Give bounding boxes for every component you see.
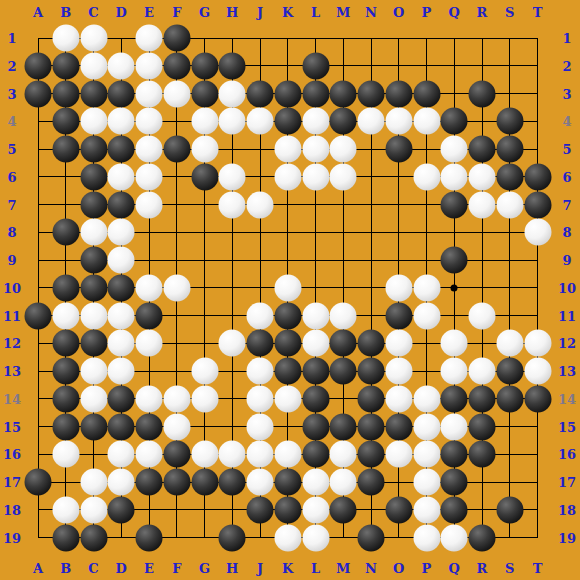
black-stone-F16[interactable] (163, 441, 190, 468)
black-stone-A17[interactable] (25, 469, 52, 496)
row-label-7: 7 (562, 198, 571, 211)
black-stone-N3[interactable] (358, 80, 385, 107)
white-stone-S7[interactable] (496, 191, 523, 218)
white-stone-P6[interactable] (413, 163, 440, 190)
white-stone-P4[interactable] (413, 108, 440, 135)
black-stone-L2[interactable] (302, 52, 329, 79)
white-stone-H3[interactable] (219, 80, 246, 107)
white-stone-L17[interactable] (302, 469, 329, 496)
column-label-J: J (257, 6, 263, 19)
row-label-16: 16 (558, 448, 576, 461)
black-stone-L15[interactable] (302, 413, 329, 440)
black-stone-D15[interactable] (108, 413, 135, 440)
black-stone-O15[interactable] (385, 413, 412, 440)
white-stone-S12[interactable] (496, 330, 523, 357)
black-stone-F1[interactable] (163, 25, 190, 52)
black-stone-R16[interactable] (469, 441, 496, 468)
black-stone-O18[interactable] (385, 496, 412, 523)
column-label-K: K (282, 562, 293, 575)
column-label-T: T (533, 562, 543, 575)
row-label-19: 19 (3, 531, 21, 544)
white-stone-B18[interactable] (52, 496, 79, 523)
white-stone-H6[interactable] (219, 163, 246, 190)
white-stone-M17[interactable] (330, 469, 357, 496)
white-stone-H7[interactable] (219, 191, 246, 218)
white-stone-E14[interactable] (136, 385, 163, 412)
row-label-9: 9 (7, 254, 16, 267)
row-label-13: 13 (558, 365, 576, 378)
black-stone-S18[interactable] (496, 496, 523, 523)
black-stone-L16[interactable] (302, 441, 329, 468)
row-label-12: 12 (558, 337, 576, 350)
white-stone-H4[interactable] (219, 108, 246, 135)
row-label-14: 14 (3, 392, 21, 405)
white-stone-O12[interactable] (385, 330, 412, 357)
white-stone-R11[interactable] (469, 302, 496, 329)
white-stone-Q13[interactable] (441, 358, 468, 385)
white-stone-K16[interactable] (274, 441, 301, 468)
white-stone-K14[interactable] (274, 385, 301, 412)
row-label-9: 9 (562, 254, 571, 267)
row-label-13: 13 (3, 365, 21, 378)
star-point-Q10 (451, 284, 458, 291)
white-stone-D9[interactable] (108, 247, 135, 274)
white-stone-Q5[interactable] (441, 136, 468, 163)
white-stone-G5[interactable] (191, 136, 218, 163)
column-label-A: A (33, 6, 43, 19)
row-label-4: 4 (562, 115, 571, 128)
row-label-3: 3 (562, 87, 571, 100)
black-stone-G6[interactable] (191, 163, 218, 190)
grid-line-vertical (537, 38, 538, 539)
column-label-G: G (199, 6, 210, 19)
black-stone-R15[interactable] (469, 413, 496, 440)
black-stone-D3[interactable] (108, 80, 135, 107)
white-stone-F3[interactable] (163, 80, 190, 107)
black-stone-A11[interactable] (25, 302, 52, 329)
black-stone-O11[interactable] (385, 302, 412, 329)
black-stone-E17[interactable] (136, 469, 163, 496)
black-stone-E19[interactable] (136, 524, 163, 551)
black-stone-C10[interactable] (80, 274, 107, 301)
white-stone-P18[interactable] (413, 496, 440, 523)
row-label-6: 6 (562, 170, 571, 183)
black-stone-P3[interactable] (413, 80, 440, 107)
white-stone-C8[interactable] (80, 219, 107, 246)
black-stone-L3[interactable] (302, 80, 329, 107)
white-stone-C4[interactable] (80, 108, 107, 135)
white-stone-D12[interactable] (108, 330, 135, 357)
black-stone-K3[interactable] (274, 80, 301, 107)
black-stone-F17[interactable] (163, 469, 190, 496)
black-stone-J18[interactable] (247, 496, 274, 523)
black-stone-Q18[interactable] (441, 496, 468, 523)
black-stone-G2[interactable] (191, 52, 218, 79)
white-stone-E7[interactable] (136, 191, 163, 218)
black-stone-D14[interactable] (108, 385, 135, 412)
black-stone-F2[interactable] (163, 52, 190, 79)
row-label-15: 15 (3, 420, 21, 433)
column-label-O: O (393, 6, 404, 19)
go-board[interactable]: ABCDEFGHJKLMNOPQRST ABCDEFGHJKLMNOPQRST … (0, 0, 580, 580)
black-stone-M12[interactable] (330, 330, 357, 357)
black-stone-R3[interactable] (469, 80, 496, 107)
black-stone-B19[interactable] (52, 524, 79, 551)
row-label-14: 14 (558, 392, 576, 405)
black-stone-B4[interactable] (52, 108, 79, 135)
black-stone-H19[interactable] (219, 524, 246, 551)
column-label-A: A (33, 562, 43, 575)
row-label-15: 15 (558, 420, 576, 433)
black-stone-B13[interactable] (52, 358, 79, 385)
black-stone-B12[interactable] (52, 330, 79, 357)
column-label-P: P (422, 6, 432, 19)
row-label-6: 6 (7, 170, 16, 183)
row-label-1: 1 (562, 32, 571, 45)
row-label-11: 11 (558, 309, 576, 322)
white-stone-J11[interactable] (247, 302, 274, 329)
white-stone-P15[interactable] (413, 413, 440, 440)
row-label-11: 11 (3, 309, 21, 322)
white-stone-G14[interactable] (191, 385, 218, 412)
white-stone-M6[interactable] (330, 163, 357, 190)
white-stone-L18[interactable] (302, 496, 329, 523)
row-label-10: 10 (3, 281, 21, 294)
white-stone-D16[interactable] (108, 441, 135, 468)
black-stone-N16[interactable] (358, 441, 385, 468)
row-label-12: 12 (3, 337, 21, 350)
row-label-8: 8 (7, 226, 16, 239)
row-label-2: 2 (7, 59, 16, 72)
white-stone-E3[interactable] (136, 80, 163, 107)
black-stone-D7[interactable] (108, 191, 135, 218)
white-stone-H16[interactable] (219, 441, 246, 468)
black-stone-M4[interactable] (330, 108, 357, 135)
white-stone-G4[interactable] (191, 108, 218, 135)
black-stone-M18[interactable] (330, 496, 357, 523)
white-stone-P16[interactable] (413, 441, 440, 468)
white-stone-B16[interactable] (52, 441, 79, 468)
white-stone-E4[interactable] (136, 108, 163, 135)
white-stone-C1[interactable] (80, 25, 107, 52)
column-label-H: H (226, 562, 238, 575)
column-label-T: T (533, 6, 543, 19)
black-stone-N14[interactable] (358, 385, 385, 412)
white-stone-L11[interactable] (302, 302, 329, 329)
black-stone-M15[interactable] (330, 413, 357, 440)
black-stone-Q14[interactable] (441, 385, 468, 412)
white-stone-Q19[interactable] (441, 524, 468, 551)
white-stone-D8[interactable] (108, 219, 135, 246)
white-stone-J7[interactable] (247, 191, 274, 218)
column-label-Q: Q (449, 6, 460, 19)
row-label-3: 3 (7, 87, 16, 100)
column-label-L: L (311, 562, 320, 575)
black-stone-D5[interactable] (108, 136, 135, 163)
white-stone-F14[interactable] (163, 385, 190, 412)
black-stone-F5[interactable] (163, 136, 190, 163)
column-label-C: C (88, 562, 98, 575)
white-stone-G16[interactable] (191, 441, 218, 468)
column-label-M: M (336, 6, 350, 19)
black-stone-R5[interactable] (469, 136, 496, 163)
column-label-H: H (226, 6, 238, 19)
black-stone-Q7[interactable] (441, 191, 468, 218)
black-stone-O3[interactable] (385, 80, 412, 107)
black-stone-C15[interactable] (80, 413, 107, 440)
black-stone-S5[interactable] (496, 136, 523, 163)
white-stone-Q6[interactable] (441, 163, 468, 190)
column-label-S: S (505, 6, 514, 19)
column-label-S: S (505, 562, 514, 575)
white-stone-R7[interactable] (469, 191, 496, 218)
white-stone-R13[interactable] (469, 358, 496, 385)
black-stone-Q9[interactable] (441, 247, 468, 274)
black-stone-C12[interactable] (80, 330, 107, 357)
black-stone-Q16[interactable] (441, 441, 468, 468)
white-stone-D2[interactable] (108, 52, 135, 79)
white-stone-C2[interactable] (80, 52, 107, 79)
black-stone-O5[interactable] (385, 136, 412, 163)
white-stone-N4[interactable] (358, 108, 385, 135)
white-stone-J14[interactable] (247, 385, 274, 412)
black-stone-C9[interactable] (80, 247, 107, 274)
white-stone-P17[interactable] (413, 469, 440, 496)
row-label-5: 5 (7, 143, 16, 156)
white-stone-Q15[interactable] (441, 413, 468, 440)
black-stone-K17[interactable] (274, 469, 301, 496)
black-stone-T6[interactable] (524, 163, 551, 190)
white-stone-T13[interactable] (524, 358, 551, 385)
white-stone-D17[interactable] (108, 469, 135, 496)
black-stone-N17[interactable] (358, 469, 385, 496)
black-stone-S14[interactable] (496, 385, 523, 412)
column-label-E: E (144, 562, 154, 575)
column-label-O: O (393, 562, 404, 575)
row-label-19: 19 (558, 531, 576, 544)
white-stone-F10[interactable] (163, 274, 190, 301)
black-stone-L14[interactable] (302, 385, 329, 412)
column-label-M: M (336, 562, 350, 575)
column-label-G: G (199, 562, 210, 575)
black-stone-S13[interactable] (496, 358, 523, 385)
white-stone-D13[interactable] (108, 358, 135, 385)
row-label-18: 18 (3, 503, 21, 516)
black-stone-C3[interactable] (80, 80, 107, 107)
row-label-5: 5 (562, 143, 571, 156)
black-stone-S4[interactable] (496, 108, 523, 135)
column-label-B: B (60, 6, 71, 19)
white-stone-K5[interactable] (274, 136, 301, 163)
white-stone-D11[interactable] (108, 302, 135, 329)
white-stone-J13[interactable] (247, 358, 274, 385)
column-label-R: R (477, 562, 488, 575)
white-stone-M5[interactable] (330, 136, 357, 163)
white-stone-D6[interactable] (108, 163, 135, 190)
black-stone-B8[interactable] (52, 219, 79, 246)
black-stone-K4[interactable] (274, 108, 301, 135)
white-stone-E6[interactable] (136, 163, 163, 190)
black-stone-N19[interactable] (358, 524, 385, 551)
black-stone-C19[interactable] (80, 524, 107, 551)
white-stone-P19[interactable] (413, 524, 440, 551)
column-label-E: E (144, 6, 154, 19)
row-label-17: 17 (558, 476, 576, 489)
column-label-L: L (311, 6, 320, 19)
black-stone-E15[interactable] (136, 413, 163, 440)
white-stone-O4[interactable] (385, 108, 412, 135)
black-stone-A2[interactable] (25, 52, 52, 79)
black-stone-B14[interactable] (52, 385, 79, 412)
white-stone-R6[interactable] (469, 163, 496, 190)
black-stone-M13[interactable] (330, 358, 357, 385)
white-stone-O14[interactable] (385, 385, 412, 412)
white-stone-P11[interactable] (413, 302, 440, 329)
black-stone-N13[interactable] (358, 358, 385, 385)
white-stone-L4[interactable] (302, 108, 329, 135)
white-stone-O16[interactable] (385, 441, 412, 468)
row-label-18: 18 (558, 503, 576, 516)
white-stone-L12[interactable] (302, 330, 329, 357)
white-stone-P10[interactable] (413, 274, 440, 301)
black-stone-Q4[interactable] (441, 108, 468, 135)
black-stone-C6[interactable] (80, 163, 107, 190)
black-stone-K13[interactable] (274, 358, 301, 385)
black-stone-A3[interactable] (25, 80, 52, 107)
black-stone-S6[interactable] (496, 163, 523, 190)
black-stone-N15[interactable] (358, 413, 385, 440)
white-stone-B11[interactable] (52, 302, 79, 329)
row-label-16: 16 (3, 448, 21, 461)
column-label-Q: Q (449, 562, 460, 575)
white-stone-L19[interactable] (302, 524, 329, 551)
column-label-F: F (172, 562, 181, 575)
white-stone-J15[interactable] (247, 413, 274, 440)
white-stone-L6[interactable] (302, 163, 329, 190)
white-stone-C13[interactable] (80, 358, 107, 385)
column-label-N: N (365, 562, 377, 575)
column-label-K: K (282, 6, 293, 19)
row-label-8: 8 (562, 226, 571, 239)
white-stone-H12[interactable] (219, 330, 246, 357)
white-stone-D4[interactable] (108, 108, 135, 135)
white-stone-E16[interactable] (136, 441, 163, 468)
black-stone-K11[interactable] (274, 302, 301, 329)
white-stone-T12[interactable] (524, 330, 551, 357)
black-stone-T7[interactable] (524, 191, 551, 218)
white-stone-O13[interactable] (385, 358, 412, 385)
white-stone-E10[interactable] (136, 274, 163, 301)
white-stone-J16[interactable] (247, 441, 274, 468)
black-stone-B10[interactable] (52, 274, 79, 301)
column-label-F: F (172, 6, 181, 19)
black-stone-K18[interactable] (274, 496, 301, 523)
white-stone-M16[interactable] (330, 441, 357, 468)
black-stone-E11[interactable] (136, 302, 163, 329)
white-stone-C14[interactable] (80, 385, 107, 412)
column-label-N: N (365, 6, 377, 19)
column-label-R: R (477, 6, 488, 19)
white-stone-B1[interactable] (52, 25, 79, 52)
white-stone-E12[interactable] (136, 330, 163, 357)
black-stone-M3[interactable] (330, 80, 357, 107)
white-stone-L5[interactable] (302, 136, 329, 163)
white-stone-T8[interactable] (524, 219, 551, 246)
black-stone-H17[interactable] (219, 469, 246, 496)
white-stone-Q12[interactable] (441, 330, 468, 357)
black-stone-R19[interactable] (469, 524, 496, 551)
row-label-4: 4 (7, 115, 16, 128)
column-label-P: P (422, 562, 432, 575)
black-stone-B3[interactable] (52, 80, 79, 107)
white-stone-O10[interactable] (385, 274, 412, 301)
black-stone-B5[interactable] (52, 136, 79, 163)
white-stone-J17[interactable] (247, 469, 274, 496)
row-label-17: 17 (3, 476, 21, 489)
white-stone-K19[interactable] (274, 524, 301, 551)
black-stone-C5[interactable] (80, 136, 107, 163)
row-label-1: 1 (7, 32, 16, 45)
row-label-7: 7 (7, 198, 16, 211)
black-stone-J12[interactable] (247, 330, 274, 357)
black-stone-L13[interactable] (302, 358, 329, 385)
black-stone-B2[interactable] (52, 52, 79, 79)
black-stone-R14[interactable] (469, 385, 496, 412)
white-stone-P14[interactable] (413, 385, 440, 412)
row-label-2: 2 (562, 59, 571, 72)
black-stone-N12[interactable] (358, 330, 385, 357)
white-stone-G13[interactable] (191, 358, 218, 385)
row-label-10: 10 (558, 281, 576, 294)
column-label-J: J (257, 562, 263, 575)
white-stone-E2[interactable] (136, 52, 163, 79)
white-stone-C18[interactable] (80, 496, 107, 523)
black-stone-D18[interactable] (108, 496, 135, 523)
white-stone-J4[interactable] (247, 108, 274, 135)
white-stone-K10[interactable] (274, 274, 301, 301)
white-stone-C11[interactable] (80, 302, 107, 329)
black-stone-G17[interactable] (191, 469, 218, 496)
black-stone-B15[interactable] (52, 413, 79, 440)
black-stone-C7[interactable] (80, 191, 107, 218)
column-label-B: B (60, 562, 71, 575)
black-stone-D10[interactable] (108, 274, 135, 301)
black-stone-J3[interactable] (247, 80, 274, 107)
black-stone-G3[interactable] (191, 80, 218, 107)
column-label-D: D (116, 6, 127, 19)
white-stone-K6[interactable] (274, 163, 301, 190)
white-stone-C17[interactable] (80, 469, 107, 496)
column-label-C: C (88, 6, 98, 19)
white-stone-E1[interactable] (136, 25, 163, 52)
column-label-D: D (116, 562, 127, 575)
black-stone-Q17[interactable] (441, 469, 468, 496)
white-stone-E5[interactable] (136, 136, 163, 163)
black-stone-K12[interactable] (274, 330, 301, 357)
black-stone-T14[interactable] (524, 385, 551, 412)
white-stone-F15[interactable] (163, 413, 190, 440)
white-stone-M11[interactable] (330, 302, 357, 329)
black-stone-H2[interactable] (219, 52, 246, 79)
